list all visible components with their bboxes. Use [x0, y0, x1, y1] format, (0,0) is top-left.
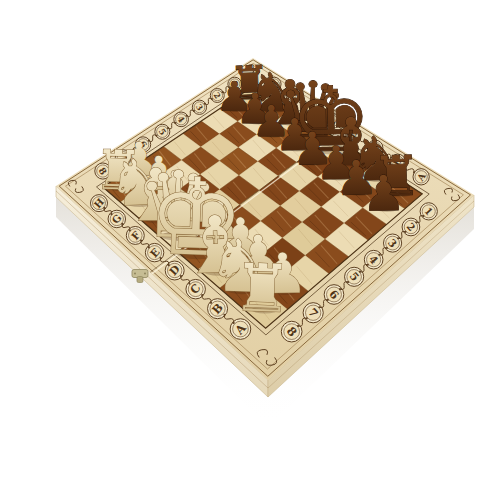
rank-label-right-2: 6	[324, 285, 344, 305]
board-3d-render: HGFEDCBAHGFEDCBA8765432187654321♜♟♞♟♝♟♛♟…	[0, 0, 500, 500]
chess-set-photo: HGFEDCBAHGFEDCBA8765432187654321♜♟♞♟♝♟♛♟…	[0, 0, 500, 500]
rank-label-right-5: 3	[384, 234, 402, 252]
rank-label-right-4: 4	[364, 250, 383, 269]
rank-label-right-7: 1	[420, 203, 437, 220]
rank-label-right-3: 5	[345, 267, 364, 286]
black-pawn: ♟	[361, 165, 406, 222]
rank-label-left-5: 3	[192, 100, 206, 114]
rank-label-left-4: 4	[174, 112, 189, 127]
rank-label-right-1: 7	[303, 303, 323, 323]
white-rook: ♜	[232, 249, 293, 327]
